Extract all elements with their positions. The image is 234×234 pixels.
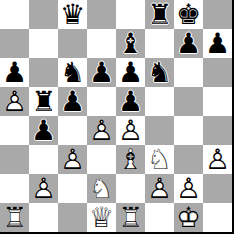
square-g3[interactable]	[174, 145, 203, 174]
square-b3[interactable]	[29, 145, 58, 174]
piece-white-bishop[interactable]: ♝♗	[116, 145, 145, 174]
white-pawn-outline-icon: ♙	[58, 145, 87, 174]
square-c8[interactable]: ♛	[58, 0, 87, 29]
square-g7[interactable]: ♟	[174, 29, 203, 58]
piece-white-knight[interactable]: ♞♘	[145, 145, 174, 174]
white-king-outline-icon: ♔	[174, 203, 203, 232]
piece-black-king[interactable]: ♚	[174, 0, 203, 29]
square-f6[interactable]: ♞	[145, 58, 174, 87]
piece-black-pawn[interactable]: ♟	[58, 87, 87, 116]
black-king-icon: ♚	[174, 0, 203, 29]
square-d1[interactable]: ♛♕	[87, 203, 116, 232]
white-knight-outline-icon: ♘	[145, 145, 174, 174]
square-e1[interactable]: ♜♖	[116, 203, 145, 232]
piece-black-pawn[interactable]: ♟	[87, 58, 116, 87]
square-g5[interactable]	[174, 87, 203, 116]
black-knight-icon: ♞	[145, 58, 174, 87]
white-queen-outline-icon: ♕	[87, 203, 116, 232]
black-pawn-icon: ♟	[0, 58, 29, 87]
square-g4[interactable]	[174, 116, 203, 145]
piece-black-rook[interactable]: ♜	[145, 0, 174, 29]
square-c7[interactable]	[58, 29, 87, 58]
black-rook-icon: ♜	[29, 87, 58, 116]
square-h8[interactable]	[203, 0, 232, 29]
square-a4[interactable]	[0, 116, 29, 145]
piece-white-pawn[interactable]: ♟♙	[87, 116, 116, 145]
piece-white-pawn[interactable]: ♟♙	[145, 174, 174, 203]
square-e5[interactable]: ♟	[116, 87, 145, 116]
square-c5[interactable]: ♟	[58, 87, 87, 116]
white-pawn-outline-icon: ♙	[145, 174, 174, 203]
white-bishop-outline-icon: ♗	[116, 145, 145, 174]
piece-white-pawn[interactable]: ♟♙	[203, 145, 232, 174]
square-a3[interactable]	[0, 145, 29, 174]
square-f3[interactable]: ♞♘	[145, 145, 174, 174]
piece-white-knight[interactable]: ♞♘	[87, 174, 116, 203]
piece-black-pawn[interactable]: ♟	[174, 29, 203, 58]
square-g8[interactable]: ♚	[174, 0, 203, 29]
square-d8[interactable]	[87, 0, 116, 29]
square-b1[interactable]	[29, 203, 58, 232]
square-b8[interactable]	[29, 0, 58, 29]
square-c4[interactable]	[58, 116, 87, 145]
black-pawn-icon: ♟	[203, 29, 232, 58]
white-pawn-outline-icon: ♙	[0, 87, 29, 116]
piece-white-rook[interactable]: ♜♖	[116, 203, 145, 232]
chess-board-frame: ♛♜♚♝♟♟♟♞♟♟♞♟♙♜♟♟♟♟♙♟♙♟♙♝♗♞♘♟♙♟♙♞♘♟♙♟♙♜♖♛…	[0, 0, 234, 234]
square-a1[interactable]: ♜♖	[0, 203, 29, 232]
black-queen-icon: ♛	[58, 0, 87, 29]
piece-black-pawn[interactable]: ♟	[203, 29, 232, 58]
piece-white-pawn[interactable]: ♟♙	[58, 145, 87, 174]
white-pawn-outline-icon: ♙	[174, 174, 203, 203]
square-b4[interactable]: ♟	[29, 116, 58, 145]
square-d4[interactable]: ♟♙	[87, 116, 116, 145]
white-rook-outline-icon: ♖	[0, 203, 29, 232]
black-pawn-icon: ♟	[58, 87, 87, 116]
square-c6[interactable]: ♞	[58, 58, 87, 87]
square-a5[interactable]: ♟♙	[0, 87, 29, 116]
black-pawn-icon: ♟	[87, 58, 116, 87]
piece-black-pawn[interactable]: ♟	[29, 116, 58, 145]
square-g6[interactable]	[174, 58, 203, 87]
piece-black-bishop[interactable]: ♝	[116, 29, 145, 58]
piece-white-king[interactable]: ♚♔	[174, 203, 203, 232]
square-g2[interactable]: ♟♙	[174, 174, 203, 203]
piece-white-queen[interactable]: ♛♕	[87, 203, 116, 232]
white-pawn-outline-icon: ♙	[29, 174, 58, 203]
piece-white-pawn[interactable]: ♟♙	[116, 116, 145, 145]
black-pawn-icon: ♟	[116, 58, 145, 87]
black-knight-icon: ♞	[58, 58, 87, 87]
piece-white-pawn[interactable]: ♟♙	[174, 174, 203, 203]
square-a2[interactable]	[0, 174, 29, 203]
square-b5[interactable]: ♜	[29, 87, 58, 116]
black-rook-icon: ♜	[145, 0, 174, 29]
square-h6[interactable]	[203, 58, 232, 87]
square-h7[interactable]: ♟	[203, 29, 232, 58]
square-d2[interactable]: ♞♘	[87, 174, 116, 203]
piece-black-pawn[interactable]: ♟	[0, 58, 29, 87]
black-pawn-icon: ♟	[29, 116, 58, 145]
square-f1[interactable]	[145, 203, 174, 232]
square-g1[interactable]: ♚♔	[174, 203, 203, 232]
square-f5[interactable]	[145, 87, 174, 116]
square-a7[interactable]	[0, 29, 29, 58]
square-c1[interactable]	[58, 203, 87, 232]
square-c2[interactable]	[58, 174, 87, 203]
chess-board: ♛♜♚♝♟♟♟♞♟♟♞♟♙♜♟♟♟♟♙♟♙♟♙♝♗♞♘♟♙♟♙♞♘♟♙♟♙♜♖♛…	[0, 0, 232, 232]
piece-black-rook[interactable]: ♜	[29, 87, 58, 116]
white-rook-outline-icon: ♖	[116, 203, 145, 232]
white-pawn-outline-icon: ♙	[116, 116, 145, 145]
piece-black-pawn[interactable]: ♟	[116, 87, 145, 116]
square-h4[interactable]	[203, 116, 232, 145]
black-bishop-icon: ♝	[116, 29, 145, 58]
square-d3[interactable]	[87, 145, 116, 174]
square-d5[interactable]	[87, 87, 116, 116]
white-knight-outline-icon: ♘	[87, 174, 116, 203]
square-b7[interactable]	[29, 29, 58, 58]
white-pawn-outline-icon: ♙	[203, 145, 232, 174]
square-e2[interactable]	[116, 174, 145, 203]
square-b6[interactable]	[29, 58, 58, 87]
square-f7[interactable]	[145, 29, 174, 58]
square-e3[interactable]: ♝♗	[116, 145, 145, 174]
piece-white-pawn[interactable]: ♟♙	[29, 174, 58, 203]
square-h2[interactable]	[203, 174, 232, 203]
square-b2[interactable]: ♟♙	[29, 174, 58, 203]
piece-white-pawn[interactable]: ♟♙	[0, 87, 29, 116]
piece-black-knight[interactable]: ♞	[58, 58, 87, 87]
black-pawn-icon: ♟	[174, 29, 203, 58]
square-d6[interactable]: ♟	[87, 58, 116, 87]
square-d7[interactable]	[87, 29, 116, 58]
piece-black-knight[interactable]: ♞	[145, 58, 174, 87]
square-e8[interactable]	[116, 0, 145, 29]
black-pawn-icon: ♟	[116, 87, 145, 116]
square-c3[interactable]: ♟♙	[58, 145, 87, 174]
square-h5[interactable]	[203, 87, 232, 116]
square-a6[interactable]: ♟	[0, 58, 29, 87]
square-e7[interactable]: ♝	[116, 29, 145, 58]
square-a8[interactable]	[0, 0, 29, 29]
square-e4[interactable]: ♟♙	[116, 116, 145, 145]
piece-white-rook[interactable]: ♜♖	[0, 203, 29, 232]
square-f8[interactable]: ♜	[145, 0, 174, 29]
white-pawn-outline-icon: ♙	[87, 116, 116, 145]
square-h3[interactable]: ♟♙	[203, 145, 232, 174]
piece-black-pawn[interactable]: ♟	[116, 58, 145, 87]
square-e6[interactable]: ♟	[116, 58, 145, 87]
square-h1[interactable]	[203, 203, 232, 232]
piece-black-queen[interactable]: ♛	[58, 0, 87, 29]
square-f4[interactable]	[145, 116, 174, 145]
square-f2[interactable]: ♟♙	[145, 174, 174, 203]
